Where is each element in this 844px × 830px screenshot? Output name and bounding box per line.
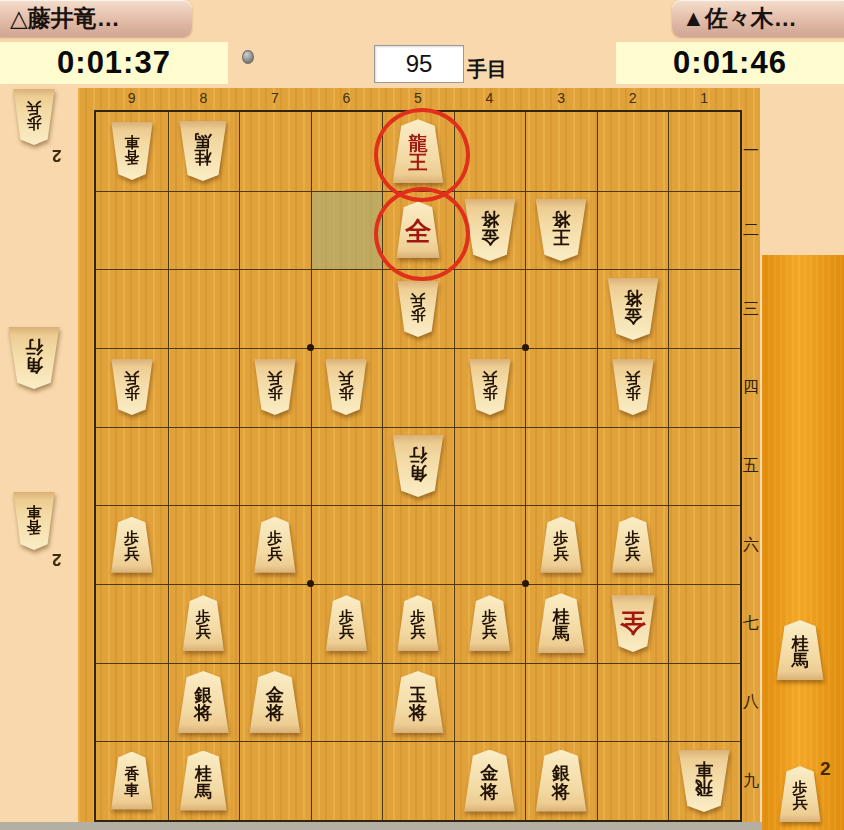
piece-76-歩兵[interactable]: 歩兵 <box>253 517 297 573</box>
grid-hline <box>96 741 740 742</box>
grid-vline <box>668 112 669 820</box>
piece-58-玉将[interactable]: 玉将 <box>391 671 445 733</box>
piece-96-歩兵[interactable]: 歩兵 <box>110 517 154 573</box>
piece-94-歩兵[interactable]: 歩兵 <box>110 359 154 415</box>
piece-27-全[interactable]: 全 <box>610 595 656 652</box>
piece-78-金将[interactable]: 金将 <box>248 671 302 733</box>
file-label-8: 8 <box>188 90 218 106</box>
piece-91-香車[interactable]: 香車 <box>110 122 154 180</box>
move-counter-unit-label: 手目 <box>467 56 507 83</box>
grid-hline <box>96 505 740 506</box>
grid-hline <box>96 348 740 349</box>
piece-53-歩兵[interactable]: 歩兵 <box>396 281 440 337</box>
grid-vline <box>454 112 455 820</box>
grid-vline <box>597 112 598 820</box>
gote-hand-count-香車: 2 <box>52 549 61 569</box>
file-label-6: 6 <box>331 90 361 106</box>
grid-vline <box>239 112 240 820</box>
piece-37-桂馬[interactable]: 桂馬 <box>536 593 586 653</box>
piece-64-歩兵[interactable]: 歩兵 <box>324 359 368 415</box>
piece-99-香車[interactable]: 香車 <box>110 752 154 810</box>
piece-26-歩兵[interactable]: 歩兵 <box>611 517 655 573</box>
gote-clock: 0:01:37 <box>0 42 228 84</box>
bottom-strip <box>0 822 844 830</box>
rank-label-九: 九 <box>742 771 760 792</box>
piece-44-歩兵[interactable]: 歩兵 <box>468 359 512 415</box>
move-number-input[interactable]: 95 <box>374 45 464 83</box>
piece-89-桂馬[interactable]: 桂馬 <box>178 751 228 811</box>
piece-49-金将[interactable]: 金将 <box>463 750 517 812</box>
rank-label-二: 二 <box>742 220 760 241</box>
file-label-5: 5 <box>403 90 433 106</box>
grid-hline <box>96 427 740 428</box>
gote-hand-count-歩兵: 2 <box>52 145 61 165</box>
rank-label-六: 六 <box>742 535 760 556</box>
piece-42-金将[interactable]: 金将 <box>463 199 517 261</box>
gote-hand-角行[interactable]: 角行 <box>7 327 61 389</box>
rank-label-三: 三 <box>742 299 760 320</box>
sente-hand-歩兵[interactable]: 歩兵 <box>778 766 822 822</box>
gote-hand-歩兵[interactable]: 歩兵 <box>12 89 56 145</box>
rank-label-四: 四 <box>742 377 760 398</box>
file-label-1: 1 <box>689 90 719 106</box>
shogi-kifu-player: △藤井竜… ▲佐々木… 0:01:37 0:01:46 95 手目 987654… <box>0 0 844 830</box>
piece-87-歩兵[interactable]: 歩兵 <box>181 595 225 651</box>
piece-88-銀将[interactable]: 銀将 <box>176 671 230 733</box>
grid-hline <box>96 191 740 192</box>
piece-52-全[interactable]: 全 <box>395 201 441 258</box>
rank-label-七: 七 <box>742 613 760 634</box>
grid-hline <box>96 663 740 664</box>
piece-67-歩兵[interactable]: 歩兵 <box>324 595 368 651</box>
file-label-7: 7 <box>260 90 290 106</box>
sente-hand-count-歩兵: 2 <box>820 758 831 780</box>
sente-player-button[interactable]: ▲佐々木… <box>672 0 844 37</box>
file-label-4: 4 <box>475 90 505 106</box>
piece-81-桂馬[interactable]: 桂馬 <box>178 121 228 181</box>
file-label-9: 9 <box>117 90 147 106</box>
shogi-board: 987654321一二三四五六七八九香車桂馬龍王全金将王将歩兵金将歩兵歩兵歩兵歩… <box>78 88 760 824</box>
grid-vline <box>311 112 312 820</box>
rank-label-一: 一 <box>742 141 760 162</box>
piece-24-歩兵[interactable]: 歩兵 <box>611 359 655 415</box>
grid-vline <box>382 112 383 820</box>
grid-hline <box>96 269 740 270</box>
grid-vline <box>525 112 526 820</box>
grid-vline <box>168 112 169 820</box>
rank-label-五: 五 <box>742 456 760 477</box>
piece-47-歩兵[interactable]: 歩兵 <box>468 595 512 651</box>
gote-player-button[interactable]: △藤井竜… <box>0 0 192 37</box>
piece-23-金将[interactable]: 金将 <box>606 278 660 340</box>
rank-label-八: 八 <box>742 692 760 713</box>
piece-57-歩兵[interactable]: 歩兵 <box>396 595 440 651</box>
sente-hand-stand <box>762 255 844 830</box>
file-label-3: 3 <box>546 90 576 106</box>
piece-19-飛車[interactable]: 飛車 <box>677 750 731 812</box>
file-label-2: 2 <box>618 90 648 106</box>
sente-hand-桂馬[interactable]: 桂馬 <box>775 620 825 680</box>
grid-hline <box>96 584 740 585</box>
piece-74-歩兵[interactable]: 歩兵 <box>253 359 297 415</box>
status-dot-icon <box>242 50 254 64</box>
piece-51-龍王[interactable]: 龍王 <box>391 119 445 183</box>
piece-39-銀将[interactable]: 銀将 <box>534 750 588 812</box>
sente-clock: 0:01:46 <box>616 42 844 84</box>
piece-55-角行[interactable]: 角行 <box>391 435 445 497</box>
piece-36-歩兵[interactable]: 歩兵 <box>539 517 583 573</box>
gote-hand-香車[interactable]: 香車 <box>12 492 56 550</box>
piece-32-王将[interactable]: 王将 <box>534 199 588 261</box>
